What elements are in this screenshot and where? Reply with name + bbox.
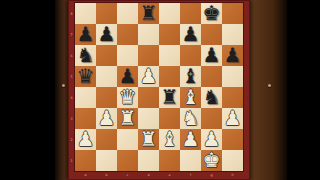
rank-label-5: 5 [70,71,74,83]
file-label-f: f [185,172,197,177]
file-label-g: g [206,172,218,177]
square-d4 [138,87,159,108]
square-a6: ♞ [75,45,96,66]
wood-right-dot [268,84,271,87]
square-b7: ♟ [96,24,117,45]
square-g4: ♞ [201,87,222,108]
square-b5 [96,66,117,87]
square-c1 [117,150,138,171]
square-g8: ♚ [201,3,222,24]
white-pawn-a2: ♟ [77,129,95,150]
square-e6 [159,45,180,66]
square-d3 [138,108,159,129]
square-g1: ♚ [201,150,222,171]
black-pawn-b7: ♟ [98,24,116,45]
square-g6: ♟ [201,45,222,66]
file-label-c: c [122,172,134,177]
square-b6 [96,45,117,66]
square-h1 [222,150,243,171]
black-pawn-g6: ♟ [203,45,221,66]
rank-label-2: 2 [70,134,74,146]
square-h7 [222,24,243,45]
white-pawn-g2: ♟ [203,129,221,150]
rank-label-1: 1 [70,155,74,167]
rank-label-7: 7 [70,29,74,41]
square-f4: ♝ [180,87,201,108]
white-knight-f3: ♞ [182,108,200,129]
white-bishop-e2: ♝ [161,129,179,150]
square-f7: ♟ [180,24,201,45]
black-bishop-f5: ♝ [182,66,200,87]
square-c3: ♜ [117,108,138,129]
white-queen-c4: ♛ [119,87,137,108]
white-king-g1: ♚ [203,150,221,171]
rank-label-8: 8 [70,8,74,20]
black-rook-e4: ♜ [161,87,179,108]
black-pawn-h6: ♟ [224,45,242,66]
black-queen-a5: ♛ [77,66,95,87]
square-a4 [75,87,96,108]
square-e3 [159,108,180,129]
black-pawn-c5: ♟ [119,66,137,87]
square-d7 [138,24,159,45]
square-c8 [117,3,138,24]
square-f8 [180,3,201,24]
black-king-g8: ♚ [203,3,221,24]
square-b1 [96,150,117,171]
black-knight-g4: ♞ [203,87,221,108]
square-f6 [180,45,201,66]
square-e5 [159,66,180,87]
file-label-b: b [101,172,113,177]
square-g2: ♟ [201,129,222,150]
square-e8 [159,3,180,24]
square-e2: ♝ [159,129,180,150]
board-frame: 87654321 abcdefgh ♜♚♟♟♟♞♟♟♛♟♟♝♛♜♝♞♟♜♞♟♟♜… [68,0,250,180]
square-h4 [222,87,243,108]
white-bishop-f4: ♝ [182,87,200,108]
square-b3: ♟ [96,108,117,129]
white-pawn-d5: ♟ [140,66,158,87]
square-c5: ♟ [117,66,138,87]
square-h8 [222,3,243,24]
black-pawn-f7: ♟ [182,24,200,45]
square-d5: ♟ [138,66,159,87]
square-g3 [201,108,222,129]
white-rook-c3: ♜ [119,108,137,129]
rank-label-3: 3 [70,113,74,125]
square-a7: ♟ [75,24,96,45]
square-e7 [159,24,180,45]
square-f5: ♝ [180,66,201,87]
file-label-e: e [164,172,176,177]
square-b4 [96,87,117,108]
white-pawn-b3: ♟ [98,108,116,129]
square-f3: ♞ [180,108,201,129]
square-a8 [75,3,96,24]
black-rook-d8: ♜ [140,3,158,24]
square-d6 [138,45,159,66]
square-c6 [117,45,138,66]
square-h5 [222,66,243,87]
square-a3 [75,108,96,129]
video-frame[interactable]: 87654321 abcdefgh ♜♚♟♟♟♞♟♟♛♟♟♝♛♜♝♞♟♜♞♟♟♜… [0,0,320,180]
rank-labels: 87654321 [68,3,75,171]
square-h2 [222,129,243,150]
square-d8: ♜ [138,3,159,24]
square-c7 [117,24,138,45]
square-d1 [138,150,159,171]
black-knight-a6: ♞ [77,45,95,66]
white-rook-d2: ♜ [140,129,158,150]
rank-label-6: 6 [70,50,74,62]
square-a1 [75,150,96,171]
square-b2 [96,129,117,150]
square-e4: ♜ [159,87,180,108]
square-d2: ♜ [138,129,159,150]
file-label-d: d [143,172,155,177]
square-c4: ♛ [117,87,138,108]
square-g7 [201,24,222,45]
square-f2: ♟ [180,129,201,150]
file-label-a: a [80,172,92,177]
square-a2: ♟ [75,129,96,150]
white-pawn-h3: ♟ [224,108,242,129]
white-pawn-f2: ♟ [182,129,200,150]
square-c2 [117,129,138,150]
square-g5 [201,66,222,87]
square-b8 [96,3,117,24]
rank-label-4: 4 [70,92,74,104]
square-h3: ♟ [222,108,243,129]
square-h6: ♟ [222,45,243,66]
board: ♜♚♟♟♟♞♟♟♛♟♟♝♛♜♝♞♟♜♞♟♟♜♝♟♟♚ [75,3,243,171]
file-label-h: h [227,172,239,177]
square-f1 [180,150,201,171]
wood-left-dot [62,84,65,87]
square-e1 [159,150,180,171]
square-a5: ♛ [75,66,96,87]
black-pawn-a7: ♟ [77,24,95,45]
